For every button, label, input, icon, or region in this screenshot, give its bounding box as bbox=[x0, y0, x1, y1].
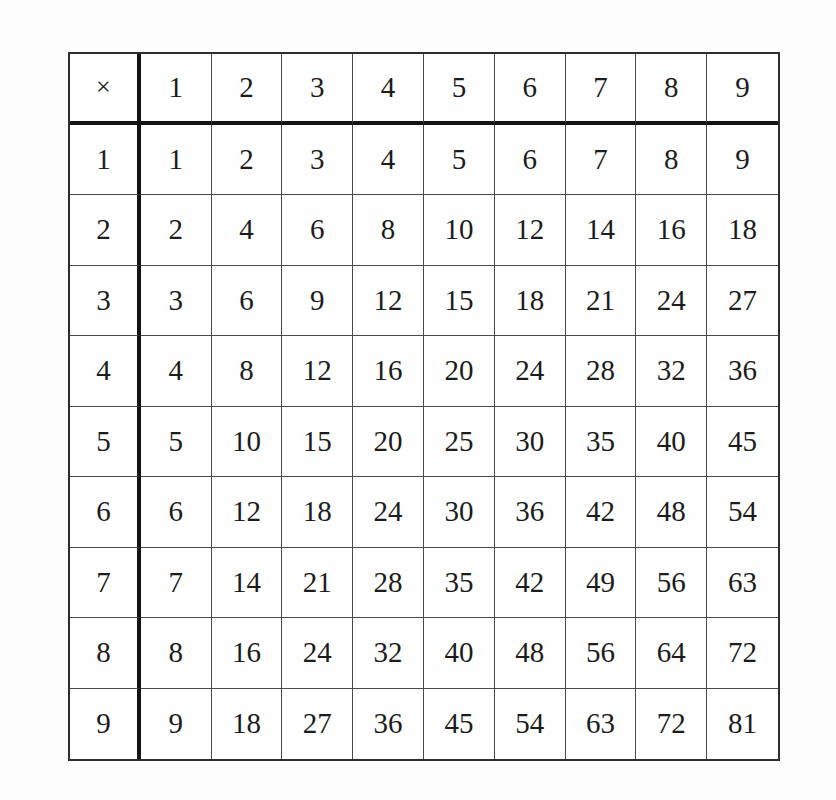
product-cell: 18 bbox=[707, 195, 778, 266]
product-cell: 28 bbox=[353, 548, 424, 619]
product-cell: 9 bbox=[707, 125, 778, 196]
product-cell: 15 bbox=[424, 266, 495, 337]
product-cell: 81 bbox=[707, 689, 778, 760]
product-cell: 6 bbox=[495, 125, 566, 196]
product-cell: 56 bbox=[636, 548, 707, 619]
product-cell: 8 bbox=[636, 125, 707, 196]
product-cell: 40 bbox=[424, 618, 495, 689]
product-cell: 27 bbox=[707, 266, 778, 337]
product-cell: 4 bbox=[141, 336, 212, 407]
operator-cell: × bbox=[70, 54, 141, 125]
product-cell: 64 bbox=[636, 618, 707, 689]
product-cell: 10 bbox=[212, 407, 283, 478]
product-cell: 18 bbox=[282, 477, 353, 548]
product-cell: 5 bbox=[424, 125, 495, 196]
product-cell: 4 bbox=[212, 195, 283, 266]
product-cell: 35 bbox=[424, 548, 495, 619]
product-cell: 54 bbox=[495, 689, 566, 760]
col-header-cell: 4 bbox=[353, 54, 424, 125]
product-cell: 15 bbox=[282, 407, 353, 478]
col-header-cell: 8 bbox=[636, 54, 707, 125]
product-cell: 42 bbox=[495, 548, 566, 619]
product-cell: 6 bbox=[282, 195, 353, 266]
multiplication-table: ×123456789112345678922468101214161833691… bbox=[68, 52, 780, 761]
product-cell: 4 bbox=[353, 125, 424, 196]
product-cell: 30 bbox=[495, 407, 566, 478]
product-cell: 7 bbox=[141, 548, 212, 619]
product-cell: 5 bbox=[141, 407, 212, 478]
product-cell: 32 bbox=[353, 618, 424, 689]
row-header-cell: 1 bbox=[70, 125, 141, 196]
product-cell: 45 bbox=[424, 689, 495, 760]
product-cell: 36 bbox=[707, 336, 778, 407]
product-cell: 27 bbox=[282, 689, 353, 760]
product-cell: 48 bbox=[495, 618, 566, 689]
product-cell: 63 bbox=[566, 689, 637, 760]
product-cell: 56 bbox=[566, 618, 637, 689]
product-cell: 12 bbox=[282, 336, 353, 407]
product-cell: 28 bbox=[566, 336, 637, 407]
row-header-cell: 4 bbox=[70, 336, 141, 407]
product-cell: 36 bbox=[495, 477, 566, 548]
product-cell: 32 bbox=[636, 336, 707, 407]
product-cell: 20 bbox=[353, 407, 424, 478]
product-cell: 10 bbox=[424, 195, 495, 266]
product-cell: 42 bbox=[566, 477, 637, 548]
product-cell: 8 bbox=[141, 618, 212, 689]
page: ×123456789112345678922468101214161833691… bbox=[0, 0, 836, 800]
product-cell: 40 bbox=[636, 407, 707, 478]
row-header-cell: 7 bbox=[70, 548, 141, 619]
product-cell: 12 bbox=[353, 266, 424, 337]
product-cell: 25 bbox=[424, 407, 495, 478]
product-cell: 12 bbox=[212, 477, 283, 548]
product-cell: 12 bbox=[495, 195, 566, 266]
product-cell: 48 bbox=[636, 477, 707, 548]
row-header-cell: 6 bbox=[70, 477, 141, 548]
product-cell: 21 bbox=[282, 548, 353, 619]
product-cell: 18 bbox=[495, 266, 566, 337]
col-header-cell: 7 bbox=[566, 54, 637, 125]
product-cell: 24 bbox=[495, 336, 566, 407]
row-header-cell: 5 bbox=[70, 407, 141, 478]
col-header-cell: 3 bbox=[282, 54, 353, 125]
product-cell: 9 bbox=[141, 689, 212, 760]
product-cell: 24 bbox=[353, 477, 424, 548]
product-cell: 14 bbox=[212, 548, 283, 619]
col-header-cell: 5 bbox=[424, 54, 495, 125]
product-cell: 9 bbox=[282, 266, 353, 337]
product-cell: 21 bbox=[566, 266, 637, 337]
product-cell: 18 bbox=[212, 689, 283, 760]
product-cell: 54 bbox=[707, 477, 778, 548]
product-cell: 72 bbox=[636, 689, 707, 760]
product-cell: 16 bbox=[212, 618, 283, 689]
row-header-cell: 9 bbox=[70, 689, 141, 760]
row-header-cell: 3 bbox=[70, 266, 141, 337]
product-cell: 6 bbox=[141, 477, 212, 548]
product-cell: 16 bbox=[636, 195, 707, 266]
product-cell: 35 bbox=[566, 407, 637, 478]
product-cell: 2 bbox=[212, 125, 283, 196]
col-header-cell: 1 bbox=[141, 54, 212, 125]
product-cell: 30 bbox=[424, 477, 495, 548]
product-cell: 2 bbox=[141, 195, 212, 266]
product-cell: 24 bbox=[282, 618, 353, 689]
col-header-cell: 6 bbox=[495, 54, 566, 125]
col-header-cell: 9 bbox=[707, 54, 778, 125]
product-cell: 24 bbox=[636, 266, 707, 337]
product-cell: 3 bbox=[141, 266, 212, 337]
product-cell: 14 bbox=[566, 195, 637, 266]
product-cell: 7 bbox=[566, 125, 637, 196]
col-header-cell: 2 bbox=[212, 54, 283, 125]
product-cell: 20 bbox=[424, 336, 495, 407]
product-cell: 49 bbox=[566, 548, 637, 619]
product-cell: 72 bbox=[707, 618, 778, 689]
product-cell: 1 bbox=[141, 125, 212, 196]
row-header-cell: 2 bbox=[70, 195, 141, 266]
product-cell: 16 bbox=[353, 336, 424, 407]
product-cell: 8 bbox=[353, 195, 424, 266]
product-cell: 45 bbox=[707, 407, 778, 478]
product-cell: 36 bbox=[353, 689, 424, 760]
product-cell: 63 bbox=[707, 548, 778, 619]
product-cell: 8 bbox=[212, 336, 283, 407]
product-cell: 6 bbox=[212, 266, 283, 337]
product-cell: 3 bbox=[282, 125, 353, 196]
row-header-cell: 8 bbox=[70, 618, 141, 689]
